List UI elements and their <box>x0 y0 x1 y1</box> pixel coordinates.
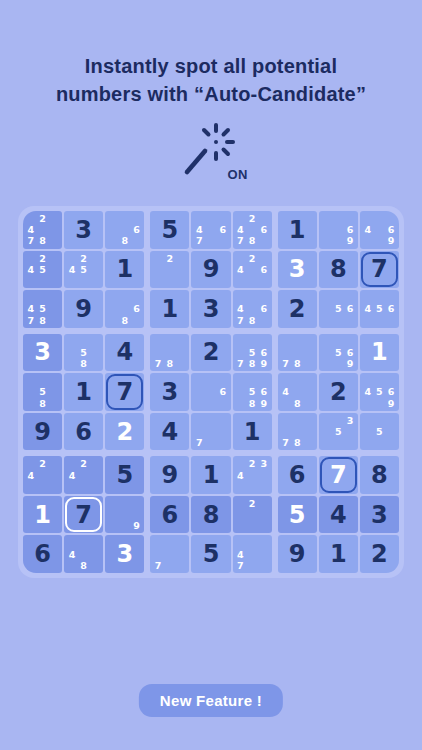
candidate-slot-8: 8 <box>246 314 258 325</box>
cell-r5c6[interactable]: 5689 <box>233 373 272 411</box>
cell-r9c5[interactable]: 5 <box>191 535 230 573</box>
candidates: 2 <box>152 253 187 287</box>
candidate-slot-3 <box>258 375 270 386</box>
candidate-slot-7 <box>235 520 247 531</box>
candidate-slot-6 <box>344 426 356 437</box>
candidate-slot-4 <box>321 347 333 358</box>
cell-r5c2[interactable]: 1 <box>64 373 103 411</box>
candidates: 58 <box>25 375 60 409</box>
candidate-slot-2: 2 <box>246 498 258 509</box>
candidate-slot-6 <box>176 549 188 560</box>
cell-r3c3[interactable]: 68 <box>105 290 144 328</box>
given-digit: 3 <box>162 380 179 404</box>
candidate-slot-4: 4 <box>66 549 78 560</box>
candidate-slot-6 <box>258 509 270 520</box>
cell-r4c2[interactable]: 58 <box>64 334 103 372</box>
candidate-slot-5 <box>164 264 176 275</box>
cell-r7c1[interactable]: 24 <box>23 456 62 494</box>
candidate-slot-2 <box>374 213 386 224</box>
candidate-slot-6 <box>90 347 102 358</box>
candidate-slot-6 <box>303 386 315 397</box>
given-digit: 1 <box>244 420 261 444</box>
cell-r1c5[interactable]: 467 <box>191 211 230 249</box>
candidate-slot-5: 5 <box>374 426 386 437</box>
candidate-slot-8 <box>164 275 176 286</box>
candidate-slot-1 <box>193 375 205 386</box>
candidates: 68 <box>107 213 142 247</box>
candidate-slot-9 <box>90 560 102 571</box>
candidates: 246 <box>235 253 270 287</box>
candidate-slot-2 <box>374 375 386 386</box>
candidate-slot-1 <box>152 253 164 264</box>
candidate-slot-1 <box>193 415 205 426</box>
cell-r4c4[interactable]: 78 <box>150 334 189 372</box>
candidate-slot-1 <box>235 336 247 347</box>
candidate-slot-1 <box>193 213 205 224</box>
candidate-slot-4 <box>193 386 205 397</box>
candidate-slot-9 <box>258 275 270 286</box>
candidate-slot-9: 9 <box>385 398 397 409</box>
candidate-slot-2 <box>332 336 344 347</box>
candidate-slot-1 <box>280 375 292 386</box>
candidate-slot-3 <box>385 292 397 303</box>
candidate-slot-4 <box>152 347 164 358</box>
cell-r5c7[interactable]: 48 <box>278 373 317 411</box>
candidate-slot-7 <box>66 358 78 369</box>
candidate-slot-8: 8 <box>164 358 176 369</box>
cell-r5c3[interactable]: 7 <box>105 373 144 411</box>
cell-r4c6[interactable]: 56789 <box>233 334 272 372</box>
candidate-slot-4: 4 <box>193 224 205 235</box>
cell-r8c5[interactable]: 8 <box>191 496 230 534</box>
candidate-slot-3 <box>303 336 315 347</box>
candidates: 245 <box>66 253 101 287</box>
candidate-slot-9 <box>217 398 229 409</box>
given-digit: 8 <box>203 503 220 527</box>
given-digit: 3 <box>371 503 388 527</box>
cell-r9c4[interactable]: 7 <box>150 535 189 573</box>
cell-r8c4[interactable]: 6 <box>150 496 189 534</box>
cell-r6c7[interactable]: 78 <box>278 413 317 451</box>
candidate-slot-7 <box>66 275 78 286</box>
candidate-slot-9 <box>385 314 397 325</box>
cell-r2c6[interactable]: 246 <box>233 251 272 289</box>
given-digit: 2 <box>203 340 220 364</box>
candidate-slot-1 <box>66 253 78 264</box>
cell-r9c3[interactable]: 3 <box>105 535 144 573</box>
promo-title-line1: Instantly spot all potential <box>0 52 422 80</box>
candidate-slot-2 <box>205 415 217 426</box>
candidate-slot-7: 7 <box>193 437 205 448</box>
candidate-slot-6 <box>90 549 102 560</box>
candidate-slot-7: 7 <box>193 235 205 246</box>
candidate-slot-5 <box>291 347 303 358</box>
cell-r6c9[interactable]: 5 <box>360 413 399 451</box>
candidate-slot-8 <box>374 398 386 409</box>
candidate-slot-4: 4 <box>25 303 37 314</box>
candidate-slot-6: 6 <box>385 303 397 314</box>
candidate-slot-5 <box>205 426 217 437</box>
candidate-slot-3 <box>258 292 270 303</box>
candidate-slot-7 <box>107 520 119 531</box>
candidate-slot-4 <box>107 509 119 520</box>
candidate-slot-1 <box>280 336 292 347</box>
candidate-slot-6: 6 <box>258 386 270 397</box>
placed-digit: 7 <box>330 463 347 487</box>
candidate-slot-9 <box>258 314 270 325</box>
cell-r7c4[interactable]: 9 <box>150 456 189 494</box>
candidate-slot-6: 6 <box>217 224 229 235</box>
cell-r2c5[interactable]: 9 <box>191 251 230 289</box>
candidate-slot-7 <box>235 275 247 286</box>
candidate-slot-3 <box>48 375 60 386</box>
cell-r9c8[interactable]: 1 <box>319 535 358 573</box>
candidate-slot-2: 2 <box>246 213 258 224</box>
candidate-slot-9 <box>48 481 60 492</box>
new-feature-button[interactable]: New Feature ! <box>139 684 283 717</box>
candidate-slot-4: 4 <box>235 224 247 235</box>
placed-digit: 2 <box>116 420 133 444</box>
candidate-slot-8 <box>78 275 90 286</box>
cell-r7c2[interactable]: 24 <box>64 456 103 494</box>
candidate-slot-5: 5 <box>246 347 258 358</box>
cell-r9c9[interactable]: 2 <box>360 535 399 573</box>
candidate-slot-8 <box>246 275 258 286</box>
cell-r7c5[interactable]: 1 <box>191 456 230 494</box>
candidates: 6 <box>193 375 228 409</box>
cell-r1c6[interactable]: 24678 <box>233 211 272 249</box>
candidate-slot-3 <box>344 292 356 303</box>
candidate-slot-6: 6 <box>131 224 143 235</box>
candidate-slot-9 <box>48 398 60 409</box>
cell-r7c8[interactable]: 7 <box>319 456 358 494</box>
candidate-slot-2 <box>164 537 176 548</box>
candidate-slot-5 <box>246 470 258 481</box>
cell-r2c7[interactable]: 3 <box>278 251 317 289</box>
given-digit: 1 <box>75 380 92 404</box>
candidate-slot-6 <box>90 470 102 481</box>
given-digit: 5 <box>116 463 133 487</box>
box-9: 678543912 <box>278 456 399 573</box>
candidate-slot-6 <box>303 347 315 358</box>
candidate-slot-9 <box>303 398 315 409</box>
promo-title: Instantly spot all potential numbers wit… <box>0 52 422 109</box>
candidate-slot-4 <box>152 549 164 560</box>
candidate-slot-8: 8 <box>37 398 49 409</box>
given-digit: 8 <box>371 463 388 487</box>
candidate-slot-3 <box>48 292 60 303</box>
candidate-slot-5: 5 <box>246 386 258 397</box>
given-digit: 5 <box>203 542 220 566</box>
given-digit: 6 <box>289 463 306 487</box>
candidate-slot-9: 9 <box>131 520 143 531</box>
cell-r9c6[interactable]: 47 <box>233 535 272 573</box>
cell-r4c5[interactable]: 2 <box>191 334 230 372</box>
cell-r5c9[interactable]: 4569 <box>360 373 399 411</box>
candidate-slot-3 <box>303 415 315 426</box>
cell-r2c4[interactable]: 2 <box>150 251 189 289</box>
candidate-slot-7 <box>66 481 78 492</box>
candidate-slot-9: 9 <box>258 398 270 409</box>
candidate-slot-5 <box>119 303 131 314</box>
candidate-slot-4 <box>321 303 333 314</box>
cell-r1c3[interactable]: 68 <box>105 211 144 249</box>
candidate-slot-8 <box>205 398 217 409</box>
candidate-slot-5: 5 <box>374 303 386 314</box>
candidate-slot-2 <box>246 292 258 303</box>
candidate-slot-1 <box>25 292 37 303</box>
candidate-slot-6: 6 <box>344 347 356 358</box>
candidate-slot-6: 6 <box>385 386 397 397</box>
candidates: 4578 <box>25 292 60 326</box>
candidate-slot-1 <box>321 336 333 347</box>
auto-candidate-toggle[interactable]: ON <box>178 117 244 183</box>
cell-r2c3[interactable]: 1 <box>105 251 144 289</box>
cell-r8c2[interactable]: 7 <box>64 496 103 534</box>
candidate-slot-2 <box>374 292 386 303</box>
candidate-slot-4: 4 <box>235 549 247 560</box>
candidate-slot-9 <box>176 358 188 369</box>
cell-r4c7[interactable]: 78 <box>278 334 317 372</box>
candidate-slot-7: 7 <box>152 358 164 369</box>
candidate-slot-2: 2 <box>37 213 49 224</box>
cell-r1c2[interactable]: 3 <box>64 211 103 249</box>
cell-r5c8[interactable]: 2 <box>319 373 358 411</box>
candidate-slot-4: 4 <box>25 264 37 275</box>
candidate-slot-4: 4 <box>25 224 37 235</box>
candidate-slot-8 <box>164 560 176 571</box>
cell-r2c1[interactable]: 245 <box>23 251 62 289</box>
cell-r7c9[interactable]: 8 <box>360 456 399 494</box>
cell-r9c7[interactable]: 9 <box>278 535 317 573</box>
candidate-slot-9 <box>131 314 143 325</box>
candidates: 78 <box>280 415 315 449</box>
cell-r3c6[interactable]: 4678 <box>233 290 272 328</box>
cell-r6c2[interactable]: 6 <box>64 413 103 451</box>
candidate-slot-6: 6 <box>217 386 229 397</box>
cell-r5c5[interactable]: 6 <box>191 373 230 411</box>
given-digit: 9 <box>75 297 92 321</box>
candidate-slot-4 <box>321 426 333 437</box>
candidate-slot-8 <box>205 437 217 448</box>
candidate-slot-1 <box>321 415 333 426</box>
cell-r1c9[interactable]: 469 <box>360 211 399 249</box>
cell-r5c1[interactable]: 58 <box>23 373 62 411</box>
candidates: 234 <box>235 458 270 492</box>
cell-r2c9[interactable]: 7 <box>360 251 399 289</box>
candidate-slot-3 <box>131 213 143 224</box>
candidate-slot-3 <box>131 498 143 509</box>
candidate-slot-6: 6 <box>344 224 356 235</box>
cell-r3c7[interactable]: 2 <box>278 290 317 328</box>
candidate-slot-3 <box>258 498 270 509</box>
candidate-slot-5 <box>37 470 49 481</box>
candidate-slot-4: 4 <box>280 386 292 397</box>
given-digit: 7 <box>116 380 133 404</box>
given-digit: 1 <box>289 218 306 242</box>
cell-r4c8[interactable]: 569 <box>319 334 358 372</box>
candidate-slot-3 <box>385 213 397 224</box>
candidate-slot-3 <box>217 415 229 426</box>
cell-r3c5[interactable]: 3 <box>191 290 230 328</box>
candidate-slot-1 <box>362 213 374 224</box>
placed-digit: 3 <box>34 340 51 364</box>
candidate-slot-3 <box>344 213 356 224</box>
candidate-slot-8 <box>119 520 131 531</box>
new-feature-button-label: New Feature ! <box>160 692 262 709</box>
candidate-slot-9 <box>48 235 60 246</box>
candidate-slot-5 <box>246 549 258 560</box>
given-digit: 7 <box>75 503 92 527</box>
candidate-slot-3 <box>176 336 188 347</box>
cell-r6c4[interactable]: 4 <box>150 413 189 451</box>
given-digit: 2 <box>289 297 306 321</box>
candidates: 2 <box>235 498 270 532</box>
candidates: 2478 <box>25 213 60 247</box>
cell-r6c1[interactable]: 9 <box>23 413 62 451</box>
cell-r6c8[interactable]: 35 <box>319 413 358 451</box>
candidate-slot-1 <box>25 375 37 386</box>
candidate-slot-5 <box>37 224 49 235</box>
candidate-slot-7 <box>107 235 119 246</box>
candidate-slot-9 <box>217 235 229 246</box>
cell-r4c3[interactable]: 4 <box>105 334 144 372</box>
candidates: 4569 <box>362 375 397 409</box>
cell-r3c8[interactable]: 56 <box>319 290 358 328</box>
candidate-slot-6 <box>176 264 188 275</box>
candidate-slot-4 <box>235 509 247 520</box>
cell-r3c1[interactable]: 4578 <box>23 290 62 328</box>
candidate-slot-2 <box>205 213 217 224</box>
candidate-slot-4 <box>25 386 37 397</box>
candidate-slot-4: 4 <box>362 303 374 314</box>
cell-r8c1[interactable]: 1 <box>23 496 62 534</box>
candidate-slot-7 <box>66 560 78 571</box>
cell-r3c2[interactable]: 9 <box>64 290 103 328</box>
candidate-slot-4: 4 <box>235 303 247 314</box>
candidate-slot-1 <box>25 213 37 224</box>
candidate-slot-7 <box>107 314 119 325</box>
toggle-state-label: ON <box>228 167 249 182</box>
cell-r1c8[interactable]: 69 <box>319 211 358 249</box>
cell-r4c9[interactable]: 1 <box>360 334 399 372</box>
candidate-slot-1 <box>152 336 164 347</box>
candidate-slot-5 <box>119 224 131 235</box>
candidate-slot-9: 9 <box>258 358 270 369</box>
candidate-slot-2 <box>37 375 49 386</box>
candidate-slot-3 <box>48 253 60 264</box>
candidate-slot-4 <box>321 224 333 235</box>
placed-digit: 3 <box>116 542 133 566</box>
candidate-slot-5: 5 <box>37 386 49 397</box>
candidate-slot-1 <box>235 253 247 264</box>
candidate-slot-8: 8 <box>291 437 303 448</box>
candidate-slot-9 <box>48 314 60 325</box>
candidate-slot-4 <box>362 426 374 437</box>
candidate-slot-3 <box>217 213 229 224</box>
candidate-slot-7 <box>25 398 37 409</box>
cell-r7c3[interactable]: 5 <box>105 456 144 494</box>
given-digit: 2 <box>330 380 347 404</box>
candidates: 5689 <box>235 375 270 409</box>
cell-r2c8[interactable]: 8 <box>319 251 358 289</box>
cell-r8c6[interactable]: 2 <box>233 496 272 534</box>
candidate-slot-1 <box>66 537 78 548</box>
cell-r6c3[interactable]: 2 <box>105 413 144 451</box>
cell-r9c2[interactable]: 48 <box>64 535 103 573</box>
candidate-slot-2 <box>291 415 303 426</box>
candidate-slot-9 <box>90 481 102 492</box>
cell-r6c5[interactable]: 7 <box>191 413 230 451</box>
candidate-slot-4: 4 <box>235 470 247 481</box>
candidate-slot-6: 6 <box>258 303 270 314</box>
cell-r4c1[interactable]: 3 <box>23 334 62 372</box>
candidate-slot-1 <box>362 375 374 386</box>
cell-r9c1[interactable]: 6 <box>23 535 62 573</box>
cell-r6c6[interactable]: 1 <box>233 413 272 451</box>
candidate-slot-3: 3 <box>258 458 270 469</box>
given-digit: 1 <box>116 257 133 281</box>
cell-r5c4[interactable]: 3 <box>150 373 189 411</box>
cell-r8c7[interactable]: 5 <box>278 496 317 534</box>
candidate-slot-7 <box>362 314 374 325</box>
candidate-slot-4: 4 <box>66 264 78 275</box>
candidate-slot-7 <box>321 437 333 448</box>
cell-r3c4[interactable]: 1 <box>150 290 189 328</box>
cell-r8c8[interactable]: 4 <box>319 496 358 534</box>
cell-r8c9[interactable]: 3 <box>360 496 399 534</box>
box-7: 242451796483 <box>23 456 144 573</box>
candidate-slot-5 <box>164 347 176 358</box>
candidate-slot-3 <box>258 213 270 224</box>
candidate-slot-3 <box>385 375 397 386</box>
cell-r7c7[interactable]: 6 <box>278 456 317 494</box>
candidate-slot-7 <box>152 275 164 286</box>
cell-r7c6[interactable]: 234 <box>233 456 272 494</box>
cell-r3c9[interactable]: 456 <box>360 290 399 328</box>
candidate-slot-8 <box>374 314 386 325</box>
candidates: 24 <box>66 458 101 492</box>
cell-r1c7[interactable]: 1 <box>278 211 317 249</box>
candidate-slot-7: 7 <box>235 560 247 571</box>
candidate-slot-8: 8 <box>246 235 258 246</box>
cell-r8c3[interactable]: 9 <box>105 496 144 534</box>
candidate-slot-1 <box>362 292 374 303</box>
candidate-slot-1 <box>235 292 247 303</box>
candidate-slot-5 <box>78 470 90 481</box>
cell-r2c2[interactable]: 245 <box>64 251 103 289</box>
candidate-slot-5 <box>205 386 217 397</box>
candidate-slot-5 <box>78 549 90 560</box>
candidate-slot-5 <box>246 303 258 314</box>
cell-r1c1[interactable]: 2478 <box>23 211 62 249</box>
candidate-slot-6 <box>131 509 143 520</box>
candidate-slot-2 <box>246 336 258 347</box>
candidate-slot-2 <box>78 537 90 548</box>
candidate-slot-7 <box>25 481 37 492</box>
candidate-slot-6 <box>258 470 270 481</box>
candidate-slot-6: 6 <box>258 224 270 235</box>
placed-digit: 1 <box>34 503 51 527</box>
candidates: 47 <box>235 537 270 571</box>
box-5: 78256789365689471 <box>150 334 271 451</box>
candidate-slot-6: 6 <box>258 264 270 275</box>
cell-r1c4[interactable]: 5 <box>150 211 189 249</box>
candidates: 9 <box>107 498 142 532</box>
box-4: 35845817962 <box>23 334 144 451</box>
given-digit: 6 <box>162 503 179 527</box>
candidate-slot-5 <box>332 224 344 235</box>
